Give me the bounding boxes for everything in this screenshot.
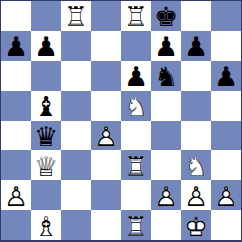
square-f3[interactable] — [151, 150, 181, 180]
white-knight-icon: ♞♘ — [181, 150, 211, 180]
white-pawn-icon: ♟♙ — [151, 180, 181, 210]
square-a5[interactable] — [1, 91, 31, 121]
square-f1[interactable] — [151, 210, 181, 240]
white-rook-icon: ♜♖ — [121, 210, 151, 240]
square-b5[interactable]: ♝ — [31, 91, 61, 121]
square-b4[interactable]: ♛ — [31, 121, 61, 151]
square-g2[interactable]: ♟♙ — [181, 180, 211, 210]
square-d4[interactable]: ♟♙ — [91, 121, 121, 151]
white-pawn-icon: ♟♙ — [181, 180, 211, 210]
square-f8[interactable]: ♚ — [151, 1, 181, 31]
white-rook-icon: ♜♖ — [121, 150, 151, 180]
chess-board-grid: ♜♖♜♖♚♟♟♟♟♟♞♟♝♞♘♛♟♙♛♕♜♖♞♘♟♙♟♙♟♙♟♙♝♗♜♖♚♔ — [0, 0, 242, 242]
square-e1[interactable]: ♜♖ — [121, 210, 151, 240]
white-rook-icon: ♜♖ — [61, 1, 91, 31]
square-c1[interactable] — [61, 210, 91, 240]
square-a1[interactable] — [1, 210, 31, 240]
square-f6[interactable]: ♞ — [151, 61, 181, 91]
square-b3[interactable]: ♛♕ — [31, 150, 61, 180]
square-f4[interactable] — [151, 121, 181, 151]
white-pawn-icon: ♟♙ — [1, 180, 31, 210]
square-g7[interactable]: ♟ — [181, 31, 211, 61]
square-h6[interactable]: ♟ — [211, 61, 241, 91]
square-e7[interactable] — [121, 31, 151, 61]
chess-board: ♜♖♜♖♚♟♟♟♟♟♞♟♝♞♘♛♟♙♛♕♜♖♞♘♟♙♟♙♟♙♟♙♝♗♜♖♚♔ — [0, 0, 242, 242]
square-g6[interactable] — [181, 61, 211, 91]
square-d7[interactable] — [91, 31, 121, 61]
square-b7[interactable]: ♟ — [31, 31, 61, 61]
black-pawn-icon: ♟ — [211, 62, 241, 91]
square-c3[interactable] — [61, 150, 91, 180]
square-c2[interactable] — [61, 180, 91, 210]
square-h7[interactable] — [211, 31, 241, 61]
white-queen-icon: ♛♕ — [31, 150, 61, 180]
black-bishop-icon: ♝ — [31, 92, 61, 121]
square-b6[interactable] — [31, 61, 61, 91]
white-rook-icon: ♜♖ — [121, 1, 151, 31]
black-king-icon: ♚ — [151, 2, 181, 31]
square-d6[interactable] — [91, 61, 121, 91]
square-f7[interactable]: ♟ — [151, 31, 181, 61]
square-g3[interactable]: ♞♘ — [181, 150, 211, 180]
black-pawn-icon: ♟ — [121, 62, 151, 91]
square-d5[interactable] — [91, 91, 121, 121]
square-h3[interactable] — [211, 150, 241, 180]
square-a7[interactable]: ♟ — [1, 31, 31, 61]
square-c8[interactable]: ♜♖ — [61, 1, 91, 31]
square-c6[interactable] — [61, 61, 91, 91]
square-d8[interactable] — [91, 1, 121, 31]
black-pawn-icon: ♟ — [181, 32, 211, 61]
black-queen-icon: ♛ — [31, 122, 61, 151]
square-g4[interactable] — [181, 121, 211, 151]
square-a8[interactable] — [1, 1, 31, 31]
square-e2[interactable] — [121, 180, 151, 210]
white-pawn-icon: ♟♙ — [91, 121, 121, 151]
square-h8[interactable] — [211, 1, 241, 31]
square-b1[interactable]: ♝♗ — [31, 210, 61, 240]
black-pawn-icon: ♟ — [151, 32, 181, 61]
square-f5[interactable] — [151, 91, 181, 121]
square-g8[interactable] — [181, 1, 211, 31]
square-e4[interactable] — [121, 121, 151, 151]
square-e3[interactable]: ♜♖ — [121, 150, 151, 180]
square-h1[interactable] — [211, 210, 241, 240]
square-c5[interactable] — [61, 91, 91, 121]
square-h5[interactable] — [211, 91, 241, 121]
square-e8[interactable]: ♜♖ — [121, 1, 151, 31]
white-king-icon: ♚♔ — [181, 210, 211, 240]
square-a2[interactable]: ♟♙ — [1, 180, 31, 210]
square-f2[interactable]: ♟♙ — [151, 180, 181, 210]
square-g1[interactable]: ♚♔ — [181, 210, 211, 240]
square-e5[interactable]: ♞♘ — [121, 91, 151, 121]
square-a3[interactable] — [1, 150, 31, 180]
black-pawn-icon: ♟ — [1, 32, 31, 61]
square-h2[interactable]: ♟♙ — [211, 180, 241, 210]
black-pawn-icon: ♟ — [31, 32, 61, 61]
square-c4[interactable] — [61, 121, 91, 151]
square-b8[interactable] — [31, 1, 61, 31]
white-bishop-icon: ♝♗ — [31, 210, 61, 240]
square-g5[interactable] — [181, 91, 211, 121]
white-knight-icon: ♞♘ — [121, 91, 151, 121]
square-d1[interactable] — [91, 210, 121, 240]
square-d2[interactable] — [91, 180, 121, 210]
square-b2[interactable] — [31, 180, 61, 210]
black-knight-icon: ♞ — [151, 62, 181, 91]
square-a6[interactable] — [1, 61, 31, 91]
square-c7[interactable] — [61, 31, 91, 61]
square-e6[interactable]: ♟ — [121, 61, 151, 91]
square-a4[interactable] — [1, 121, 31, 151]
square-h4[interactable] — [211, 121, 241, 151]
square-d3[interactable] — [91, 150, 121, 180]
white-pawn-icon: ♟♙ — [211, 180, 241, 210]
